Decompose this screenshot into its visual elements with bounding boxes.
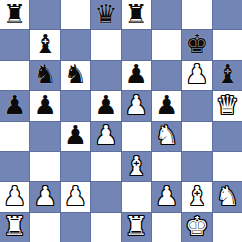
white-knight-piece[interactable]: ♞ bbox=[216, 183, 239, 209]
square-b8[interactable] bbox=[30, 0, 59, 29]
square-h5[interactable]: ♛ bbox=[213, 91, 242, 120]
square-a2[interactable]: ♟ bbox=[0, 182, 29, 211]
white-pawn-piece[interactable]: ♟ bbox=[125, 92, 148, 118]
square-d2[interactable] bbox=[91, 182, 120, 211]
square-a5[interactable]: ♟ bbox=[0, 91, 29, 120]
square-c4[interactable]: ♟ bbox=[61, 122, 90, 151]
square-f6[interactable] bbox=[152, 61, 181, 90]
square-f2[interactable]: ♟ bbox=[152, 182, 181, 211]
square-g2[interactable]: ♝ bbox=[182, 182, 211, 211]
square-f3[interactable] bbox=[152, 152, 181, 181]
square-c1[interactable] bbox=[61, 213, 90, 242]
square-h7[interactable] bbox=[213, 30, 242, 59]
square-d5[interactable]: ♟ bbox=[91, 91, 120, 120]
white-pawn-piece[interactable]: ♟ bbox=[185, 61, 208, 87]
square-g4[interactable] bbox=[182, 122, 211, 151]
square-e7[interactable] bbox=[122, 30, 151, 59]
square-b7[interactable]: ♝ bbox=[30, 30, 59, 59]
white-bishop-piece[interactable]: ♝ bbox=[125, 153, 148, 179]
square-f1[interactable] bbox=[152, 213, 181, 242]
square-b3[interactable] bbox=[30, 152, 59, 181]
square-d1[interactable] bbox=[91, 213, 120, 242]
square-a7[interactable] bbox=[0, 30, 29, 59]
square-e1[interactable]: ♜ bbox=[122, 213, 151, 242]
square-e8[interactable]: ♜ bbox=[122, 0, 151, 29]
black-pawn-piece[interactable]: ♟ bbox=[125, 61, 148, 87]
black-pawn-piece[interactable]: ♟ bbox=[64, 122, 87, 148]
black-pawn-piece[interactable]: ♟ bbox=[94, 92, 117, 118]
square-e5[interactable]: ♟ bbox=[122, 91, 151, 120]
square-h3[interactable] bbox=[213, 152, 242, 181]
square-d3[interactable] bbox=[91, 152, 120, 181]
black-king-piece[interactable]: ♚ bbox=[185, 31, 208, 57]
black-pawn-piece[interactable]: ♟ bbox=[33, 92, 56, 118]
black-knight-piece[interactable]: ♞ bbox=[33, 61, 56, 87]
white-bishop-piece[interactable]: ♝ bbox=[185, 183, 208, 209]
black-pawn-piece[interactable]: ♟ bbox=[155, 92, 178, 118]
square-e6[interactable]: ♟ bbox=[122, 61, 151, 90]
black-queen-piece[interactable]: ♛ bbox=[94, 1, 117, 27]
square-c7[interactable] bbox=[61, 30, 90, 59]
square-c6[interactable]: ♞ bbox=[61, 61, 90, 90]
square-a3[interactable] bbox=[0, 152, 29, 181]
white-pawn-piece[interactable]: ♟ bbox=[64, 183, 87, 209]
square-h1[interactable] bbox=[213, 213, 242, 242]
square-a6[interactable] bbox=[0, 61, 29, 90]
square-g6[interactable]: ♟ bbox=[182, 61, 211, 90]
square-c5[interactable] bbox=[61, 91, 90, 120]
white-knight-piece[interactable]: ♞ bbox=[155, 122, 178, 148]
square-a4[interactable] bbox=[0, 122, 29, 151]
square-a8[interactable]: ♜ bbox=[0, 0, 29, 29]
square-g3[interactable] bbox=[182, 152, 211, 181]
square-b6[interactable]: ♞ bbox=[30, 61, 59, 90]
white-rook-piece[interactable]: ♜ bbox=[125, 213, 148, 239]
square-e3[interactable]: ♝ bbox=[122, 152, 151, 181]
square-b5[interactable]: ♟ bbox=[30, 91, 59, 120]
black-pawn-piece[interactable]: ♟ bbox=[3, 92, 26, 118]
square-f7[interactable] bbox=[152, 30, 181, 59]
square-b4[interactable] bbox=[30, 122, 59, 151]
white-pawn-piece[interactable]: ♟ bbox=[33, 183, 56, 209]
white-queen-piece[interactable]: ♛ bbox=[216, 92, 239, 118]
square-g8[interactable] bbox=[182, 0, 211, 29]
square-d4[interactable]: ♟ bbox=[91, 122, 120, 151]
square-b1[interactable] bbox=[30, 213, 59, 242]
square-g1[interactable]: ♚ bbox=[182, 213, 211, 242]
square-d8[interactable]: ♛ bbox=[91, 0, 120, 29]
square-c2[interactable]: ♟ bbox=[61, 182, 90, 211]
square-a1[interactable]: ♜ bbox=[0, 213, 29, 242]
square-h8[interactable] bbox=[213, 0, 242, 29]
black-rook-piece[interactable]: ♜ bbox=[3, 1, 26, 27]
square-f4[interactable]: ♞ bbox=[152, 122, 181, 151]
square-d7[interactable] bbox=[91, 30, 120, 59]
square-h2[interactable]: ♞ bbox=[213, 182, 242, 211]
black-bishop-piece[interactable]: ♝ bbox=[33, 31, 56, 57]
square-g5[interactable] bbox=[182, 91, 211, 120]
chess-board: ♜♛♜♝♚♞♞♟♟♝♟♟♟♟♟♛♟♟♞♝♟♟♟♟♝♞♜♜♚ bbox=[0, 0, 242, 242]
square-b2[interactable]: ♟ bbox=[30, 182, 59, 211]
square-h6[interactable]: ♝ bbox=[213, 61, 242, 90]
square-c8[interactable] bbox=[61, 0, 90, 29]
black-bishop-piece[interactable]: ♝ bbox=[216, 61, 239, 87]
square-f5[interactable]: ♟ bbox=[152, 91, 181, 120]
square-d6[interactable] bbox=[91, 61, 120, 90]
white-pawn-piece[interactable]: ♟ bbox=[155, 183, 178, 209]
square-e2[interactable] bbox=[122, 182, 151, 211]
square-c3[interactable] bbox=[61, 152, 90, 181]
square-f8[interactable] bbox=[152, 0, 181, 29]
square-e4[interactable] bbox=[122, 122, 151, 151]
white-rook-piece[interactable]: ♜ bbox=[3, 213, 26, 239]
white-king-piece[interactable]: ♚ bbox=[185, 213, 208, 239]
white-pawn-piece[interactable]: ♟ bbox=[94, 122, 117, 148]
square-h4[interactable] bbox=[213, 122, 242, 151]
black-rook-piece[interactable]: ♜ bbox=[125, 1, 148, 27]
black-knight-piece[interactable]: ♞ bbox=[64, 61, 87, 87]
square-g7[interactable]: ♚ bbox=[182, 30, 211, 59]
white-pawn-piece[interactable]: ♟ bbox=[3, 183, 26, 209]
